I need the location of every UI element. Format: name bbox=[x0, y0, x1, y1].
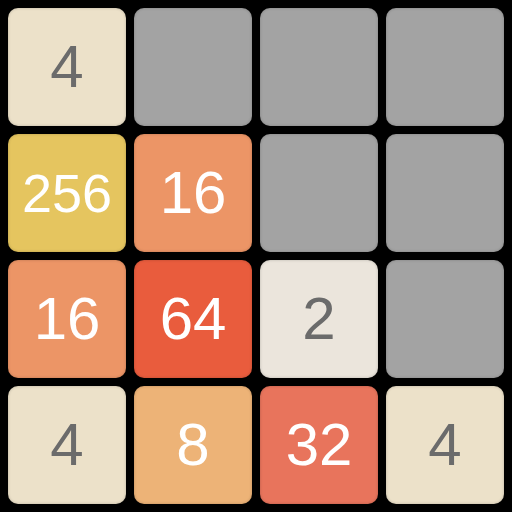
tile-r0c1 bbox=[134, 8, 252, 126]
tile-r0c0: 4 bbox=[8, 8, 126, 126]
game-board-2048[interactable]: 4 256 16 16 64 2 4 8 32 4 bbox=[0, 0, 512, 512]
tile-r2c1: 64 bbox=[134, 260, 252, 378]
tile-r0c3 bbox=[386, 8, 504, 126]
tile-r1c1: 16 bbox=[134, 134, 252, 252]
tile-r2c0: 16 bbox=[8, 260, 126, 378]
tile-r3c2: 32 bbox=[260, 386, 378, 504]
tile-r2c2: 2 bbox=[260, 260, 378, 378]
tile-r1c0: 256 bbox=[8, 134, 126, 252]
tile-r1c3 bbox=[386, 134, 504, 252]
tile-r2c3 bbox=[386, 260, 504, 378]
tile-r0c2 bbox=[260, 8, 378, 126]
tile-r3c1: 8 bbox=[134, 386, 252, 504]
tile-r3c0: 4 bbox=[8, 386, 126, 504]
tile-r1c2 bbox=[260, 134, 378, 252]
tile-r3c3: 4 bbox=[386, 386, 504, 504]
